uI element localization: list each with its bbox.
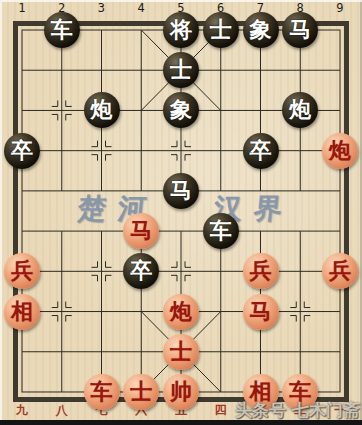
bottom-edge-bar (0, 420, 362, 425)
piece-red-elephant[interactable]: 相 (4, 294, 40, 330)
piece-red-soldier[interactable]: 兵 (243, 253, 279, 289)
piece-red-general[interactable]: 帅 (163, 374, 199, 410)
piece-red-cannon[interactable]: 炮 (163, 294, 199, 330)
piece-black-advisor[interactable]: 士 (203, 12, 239, 48)
piece-black-elephant[interactable]: 象 (163, 92, 199, 128)
piece-black-chariot[interactable]: 车 (203, 213, 239, 249)
piece-black-soldier[interactable]: 卒 (243, 133, 279, 169)
piece-red-soldier[interactable]: 兵 (322, 253, 358, 289)
pieces-layer: 车将士象马士炮象炮卒卒炮马马车兵卒兵兵相炮马士车士帅相车 (2, 10, 360, 412)
piece-black-soldier[interactable]: 卒 (123, 253, 159, 289)
piece-black-cannon[interactable]: 炮 (282, 92, 318, 128)
piece-black-advisor[interactable]: 士 (163, 52, 199, 88)
piece-black-horse[interactable]: 马 (282, 12, 318, 48)
piece-red-chariot[interactable]: 车 (84, 374, 120, 410)
piece-red-advisor[interactable]: 士 (123, 374, 159, 410)
piece-red-chariot[interactable]: 车 (282, 374, 318, 410)
piece-red-advisor[interactable]: 士 (163, 334, 199, 370)
piece-red-horse[interactable]: 马 (123, 213, 159, 249)
piece-red-horse[interactable]: 马 (243, 294, 279, 330)
piece-black-soldier[interactable]: 卒 (4, 133, 40, 169)
xiangqi-board: 123456789 楚河 汉界 车将士象马士炮象炮卒卒炮马马车兵卒兵兵相炮马士车… (0, 0, 362, 425)
piece-black-horse[interactable]: 马 (163, 173, 199, 209)
piece-red-soldier[interactable]: 兵 (4, 253, 40, 289)
piece-black-cannon[interactable]: 炮 (84, 92, 120, 128)
piece-red-elephant[interactable]: 相 (243, 374, 279, 410)
piece-black-general[interactable]: 将 (163, 12, 199, 48)
piece-black-chariot[interactable]: 车 (44, 12, 80, 48)
piece-black-elephant[interactable]: 象 (243, 12, 279, 48)
piece-red-cannon[interactable]: 炮 (322, 133, 358, 169)
